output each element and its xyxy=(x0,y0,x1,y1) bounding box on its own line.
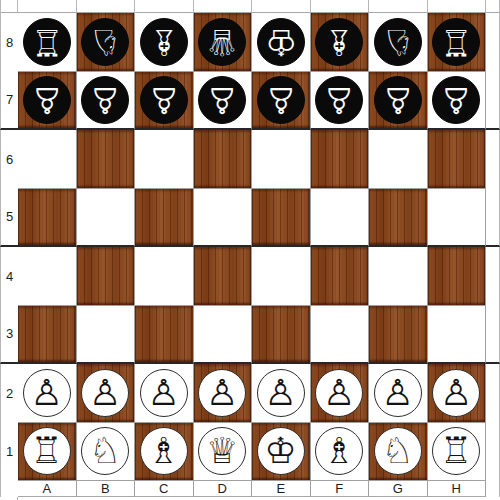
piece-white-knight[interactable]: ♘ xyxy=(374,427,422,475)
piece-black-knight[interactable]: ♘ xyxy=(81,18,129,66)
piece-black-pawn[interactable]: ♙ xyxy=(315,76,363,124)
piece-black-king[interactable]: ♔ xyxy=(257,18,305,66)
square-d1[interactable]: ♕ xyxy=(194,423,253,482)
square-c2[interactable]: ♙ xyxy=(135,364,194,423)
piece-black-queen[interactable]: ♕ xyxy=(198,18,246,66)
file-label-d: D xyxy=(194,481,253,497)
file-label-h: H xyxy=(428,481,487,497)
piece-white-king[interactable]: ♔ xyxy=(257,427,305,475)
square-b6[interactable] xyxy=(77,130,136,189)
bottom-right-corner-cell xyxy=(486,481,500,497)
piece-glyph: ♘ xyxy=(382,24,414,60)
square-a6[interactable] xyxy=(18,130,77,189)
square-f7[interactable]: ♙ xyxy=(311,72,370,131)
square-g2[interactable]: ♙ xyxy=(369,364,428,423)
square-d8[interactable]: ♕ xyxy=(194,13,253,72)
piece-glyph: ♙ xyxy=(31,375,63,411)
top-strip-cell-a xyxy=(18,0,77,13)
square-g5[interactable] xyxy=(369,189,428,248)
square-h7[interactable]: ♙ xyxy=(428,72,487,131)
chessboard-page: 8♖♘♗♕♔♗♘♖7♙♙♙♙♙♙♙♙65432♙♙♙♙♙♙♙♙1♖♘♗♕♔♗♘♖… xyxy=(0,0,500,500)
square-h3[interactable] xyxy=(428,306,487,365)
square-a3[interactable] xyxy=(18,306,77,365)
piece-black-pawn[interactable]: ♙ xyxy=(198,76,246,124)
piece-glyph: ♖ xyxy=(31,24,63,60)
piece-glyph: ♙ xyxy=(440,375,472,411)
square-b1[interactable]: ♘ xyxy=(77,423,136,482)
piece-glyph: ♙ xyxy=(265,375,297,411)
top-strip-cell-f xyxy=(311,0,370,13)
square-d4[interactable] xyxy=(194,247,253,306)
piece-glyph: ♖ xyxy=(440,433,472,469)
piece-black-knight[interactable]: ♘ xyxy=(374,18,422,66)
right-margin-cell xyxy=(486,423,500,482)
square-h1[interactable]: ♖ xyxy=(428,423,487,482)
square-g3[interactable] xyxy=(369,306,428,365)
square-f5[interactable] xyxy=(311,189,370,248)
piece-white-pawn[interactable]: ♙ xyxy=(81,369,129,417)
square-a2[interactable]: ♙ xyxy=(18,364,77,423)
top-strip-cell-h xyxy=(428,0,487,13)
piece-glyph: ♙ xyxy=(89,375,121,411)
piece-white-pawn[interactable]: ♙ xyxy=(374,369,422,417)
square-d6[interactable] xyxy=(194,130,253,189)
square-d3[interactable] xyxy=(194,306,253,365)
file-label-e: E xyxy=(252,481,311,497)
square-e4[interactable] xyxy=(252,247,311,306)
rank-label-4: 4 xyxy=(0,247,18,306)
square-c7[interactable]: ♙ xyxy=(135,72,194,131)
square-g6[interactable] xyxy=(369,130,428,189)
piece-glyph: ♙ xyxy=(148,375,180,411)
rank-label-3: 3 xyxy=(0,306,18,365)
square-f6[interactable] xyxy=(311,130,370,189)
top-strip-cell-c xyxy=(135,0,194,13)
square-a8[interactable]: ♖ xyxy=(18,13,77,72)
bottom-left-corner-cell xyxy=(0,481,18,497)
piece-glyph: ♙ xyxy=(323,375,355,411)
right-margin-cell xyxy=(486,189,500,248)
piece-white-pawn[interactable]: ♙ xyxy=(257,369,305,417)
right-margin-cell xyxy=(486,13,500,72)
piece-black-bishop[interactable]: ♗ xyxy=(140,18,188,66)
square-e6[interactable] xyxy=(252,130,311,189)
square-c4[interactable] xyxy=(135,247,194,306)
rank-label-7: 7 xyxy=(0,72,18,131)
right-margin-cell xyxy=(486,130,500,189)
piece-glyph: ♙ xyxy=(206,375,238,411)
file-label-f: F xyxy=(311,481,370,497)
rank-label-8: 8 xyxy=(0,13,18,72)
piece-glyph: ♙ xyxy=(382,82,414,118)
piece-glyph: ♙ xyxy=(206,82,238,118)
piece-black-pawn[interactable]: ♙ xyxy=(374,76,422,124)
piece-black-pawn[interactable]: ♙ xyxy=(81,76,129,124)
rank-label-2: 2 xyxy=(0,364,18,423)
square-g4[interactable] xyxy=(369,247,428,306)
top-right-corner-cell xyxy=(486,0,500,13)
piece-glyph: ♗ xyxy=(148,433,180,469)
piece-glyph: ♘ xyxy=(382,433,414,469)
file-label-g: G xyxy=(369,481,428,497)
piece-white-pawn[interactable]: ♙ xyxy=(23,369,71,417)
right-margin-cell xyxy=(486,306,500,365)
piece-white-pawn[interactable]: ♙ xyxy=(432,369,480,417)
square-f8[interactable]: ♗ xyxy=(311,13,370,72)
top-strip-cell-b xyxy=(77,0,136,13)
piece-black-rook[interactable]: ♖ xyxy=(23,18,71,66)
square-f3[interactable] xyxy=(311,306,370,365)
piece-white-rook[interactable]: ♖ xyxy=(23,427,71,475)
square-a1[interactable]: ♖ xyxy=(18,423,77,482)
square-d2[interactable]: ♙ xyxy=(194,364,253,423)
piece-glyph: ♙ xyxy=(31,82,63,118)
square-b4[interactable] xyxy=(77,247,136,306)
square-h4[interactable] xyxy=(428,247,487,306)
square-h8[interactable]: ♖ xyxy=(428,13,487,72)
piece-glyph: ♘ xyxy=(89,24,121,60)
square-g1[interactable]: ♘ xyxy=(369,423,428,482)
square-b3[interactable] xyxy=(77,306,136,365)
square-f1[interactable]: ♗ xyxy=(311,423,370,482)
piece-glyph: ♘ xyxy=(89,433,121,469)
piece-glyph: ♙ xyxy=(440,82,472,118)
square-a7[interactable]: ♙ xyxy=(18,72,77,131)
piece-white-pawn[interactable]: ♙ xyxy=(198,369,246,417)
rank-label-6: 6 xyxy=(0,130,18,189)
rank-label-1: 1 xyxy=(0,423,18,482)
square-b8[interactable]: ♘ xyxy=(77,13,136,72)
square-f2[interactable]: ♙ xyxy=(311,364,370,423)
top-strip-cell-d xyxy=(194,0,253,13)
square-h6[interactable] xyxy=(428,130,487,189)
file-label-c: C xyxy=(135,481,194,497)
piece-white-queen[interactable]: ♕ xyxy=(198,427,246,475)
square-e8[interactable]: ♔ xyxy=(252,13,311,72)
piece-black-pawn[interactable]: ♙ xyxy=(140,76,188,124)
file-label-b: B xyxy=(77,481,136,497)
piece-black-rook[interactable]: ♖ xyxy=(432,18,480,66)
rank-label-5: 5 xyxy=(0,189,18,248)
square-d5[interactable] xyxy=(194,189,253,248)
piece-glyph: ♙ xyxy=(89,82,121,118)
square-b7[interactable]: ♙ xyxy=(77,72,136,131)
square-e5[interactable] xyxy=(252,189,311,248)
piece-glyph: ♖ xyxy=(31,433,63,469)
piece-white-bishop[interactable]: ♗ xyxy=(315,427,363,475)
square-e7[interactable]: ♙ xyxy=(252,72,311,131)
piece-glyph: ♙ xyxy=(382,375,414,411)
piece-white-bishop[interactable]: ♗ xyxy=(140,427,188,475)
square-e1[interactable]: ♔ xyxy=(252,423,311,482)
square-e3[interactable] xyxy=(252,306,311,365)
top-strip-cell-e xyxy=(252,0,311,13)
piece-glyph: ♙ xyxy=(148,82,180,118)
piece-white-pawn[interactable]: ♙ xyxy=(315,369,363,417)
piece-glyph: ♖ xyxy=(440,24,472,60)
piece-glyph: ♕ xyxy=(206,433,238,469)
square-c8[interactable]: ♗ xyxy=(135,13,194,72)
file-label-a: A xyxy=(18,481,77,497)
right-margin-cell xyxy=(486,72,500,131)
piece-glyph: ♔ xyxy=(265,24,297,60)
top-left-corner-cell xyxy=(0,0,18,13)
piece-glyph: ♗ xyxy=(323,433,355,469)
square-h2[interactable]: ♙ xyxy=(428,364,487,423)
square-c6[interactable] xyxy=(135,130,194,189)
piece-black-pawn[interactable]: ♙ xyxy=(432,76,480,124)
piece-white-rook[interactable]: ♖ xyxy=(432,427,480,475)
piece-glyph: ♕ xyxy=(206,24,238,60)
piece-glyph: ♙ xyxy=(323,82,355,118)
piece-glyph: ♗ xyxy=(148,24,180,60)
square-h5[interactable] xyxy=(428,189,487,248)
right-margin-cell xyxy=(486,247,500,306)
chessboard: 8♖♘♗♕♔♗♘♖7♙♙♙♙♙♙♙♙65432♙♙♙♙♙♙♙♙1♖♘♗♕♔♗♘♖… xyxy=(0,0,500,500)
piece-white-pawn[interactable]: ♙ xyxy=(140,369,188,417)
square-g7[interactable]: ♙ xyxy=(369,72,428,131)
square-d7[interactable]: ♙ xyxy=(194,72,253,131)
piece-white-knight[interactable]: ♘ xyxy=(81,427,129,475)
square-a4[interactable] xyxy=(18,247,77,306)
square-b2[interactable]: ♙ xyxy=(77,364,136,423)
square-f4[interactable] xyxy=(311,247,370,306)
square-g8[interactable]: ♘ xyxy=(369,13,428,72)
square-a5[interactable] xyxy=(18,189,77,248)
top-strip-cell-g xyxy=(369,0,428,13)
piece-glyph: ♗ xyxy=(323,24,355,60)
piece-glyph: ♙ xyxy=(265,82,297,118)
piece-black-pawn[interactable]: ♙ xyxy=(23,76,71,124)
square-b5[interactable] xyxy=(77,189,136,248)
square-e2[interactable]: ♙ xyxy=(252,364,311,423)
piece-glyph: ♔ xyxy=(265,433,297,469)
right-margin-cell xyxy=(486,364,500,423)
piece-black-pawn[interactable]: ♙ xyxy=(257,76,305,124)
square-c1[interactable]: ♗ xyxy=(135,423,194,482)
square-c3[interactable] xyxy=(135,306,194,365)
square-c5[interactable] xyxy=(135,189,194,248)
piece-black-bishop[interactable]: ♗ xyxy=(315,18,363,66)
